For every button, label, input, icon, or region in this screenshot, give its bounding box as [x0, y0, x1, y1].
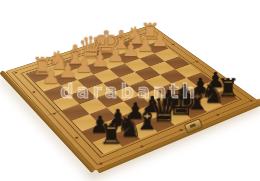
screw-dot — [139, 145, 144, 148]
white-pawn: ♟ — [30, 66, 73, 87]
chess-set-photo: ♜♞♝♛♚♝♞♜♟♟♟♟♟♟♟♟♟♟♟♟♟♟♟♟♜♞♝♛♚♝♞♜ daraban… — [0, 0, 260, 181]
screw-dot — [178, 129, 183, 132]
square-a8: ♜ — [93, 135, 123, 154]
screw-dot — [98, 162, 103, 165]
screw-dot — [215, 113, 220, 116]
screw-dot — [13, 72, 17, 74]
board-squares: ♜♞♝♛♚♝♞♜♟♟♟♟♟♟♟♟♟♟♟♟♟♟♟♟♜♞♝♛♚♝♞♜ — [27, 35, 235, 153]
black-rook: ♜ — [87, 121, 136, 148]
chess-board: ♜♞♝♛♚♝♞♜♟♟♟♟♟♟♟♟♟♟♟♟♟♟♟♟♜♞♝♛♚♝♞♜ — [5, 25, 260, 171]
screw-dot — [52, 112, 56, 115]
scene: ♜♞♝♛♚♝♞♜♟♟♟♟♟♟♟♟♟♟♟♟♟♟♟♟♜♞♝♛♚♝♞♜ — [0, 0, 260, 181]
screw-dot — [31, 91, 35, 93]
